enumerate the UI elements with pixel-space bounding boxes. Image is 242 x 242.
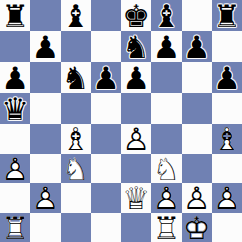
square-h1[interactable] xyxy=(212,213,242,242)
square-h4[interactable]: ♝♗ xyxy=(212,124,242,154)
square-a8[interactable]: ♜ xyxy=(0,0,30,31)
piece-outline: ♙ xyxy=(121,125,151,155)
square-e4[interactable]: ♟♙ xyxy=(121,124,151,154)
piece-white-pawn[interactable]: ♟♙ xyxy=(30,184,60,214)
square-d3[interactable] xyxy=(91,154,121,184)
square-e3[interactable] xyxy=(121,154,151,184)
square-g5[interactable] xyxy=(182,93,212,124)
piece-outline: ♔ xyxy=(182,214,212,242)
square-a2[interactable] xyxy=(0,183,30,213)
piece-outline: ♘ xyxy=(61,155,91,185)
square-f2[interactable]: ♟♙ xyxy=(151,183,181,213)
piece-outline: ♖ xyxy=(151,214,181,242)
square-d7[interactable] xyxy=(91,31,121,62)
square-a7[interactable] xyxy=(0,31,30,62)
square-c4[interactable]: ♝♗ xyxy=(61,124,91,154)
square-d2[interactable] xyxy=(91,183,121,213)
square-e1[interactable] xyxy=(121,213,151,242)
square-g3[interactable] xyxy=(182,154,212,184)
square-a3[interactable]: ♟♙ xyxy=(0,154,30,184)
square-d5[interactable] xyxy=(91,93,121,124)
piece-black-pawn[interactable]: ♟ xyxy=(0,63,30,94)
square-g8[interactable] xyxy=(182,0,212,31)
piece-black-pawn[interactable]: ♟ xyxy=(30,32,60,63)
square-g2[interactable]: ♟♙ xyxy=(182,183,212,213)
piece-black-king[interactable]: ♚ xyxy=(121,1,151,32)
square-f5[interactable] xyxy=(151,93,181,124)
piece-white-pawn[interactable]: ♟♙ xyxy=(121,125,151,155)
piece-black-bishop[interactable]: ♝ xyxy=(61,1,91,32)
square-c3[interactable]: ♞♘ xyxy=(61,154,91,184)
square-a5[interactable]: ♛ xyxy=(0,93,30,124)
piece-black-queen[interactable]: ♛ xyxy=(0,94,30,125)
piece-black-pawn[interactable]: ♟ xyxy=(91,63,121,94)
square-d6[interactable]: ♟ xyxy=(91,62,121,93)
square-e6[interactable]: ♟ xyxy=(121,62,151,93)
chess-board: ♜♝♚♝♜♟♞♟♟♟♞♟♟♟♛♝♗♟♙♝♗♟♙♞♘♞♘♟♙♛♕♟♙♟♙♟♙♜♖♜… xyxy=(0,0,242,242)
piece-black-pawn[interactable]: ♟ xyxy=(121,63,151,94)
square-b1[interactable] xyxy=(30,213,60,242)
piece-black-rook[interactable]: ♜ xyxy=(0,1,30,32)
square-b5[interactable] xyxy=(30,93,60,124)
square-a4[interactable] xyxy=(0,124,30,154)
square-b2[interactable]: ♟♙ xyxy=(30,183,60,213)
piece-white-rook[interactable]: ♜♖ xyxy=(0,214,30,242)
square-f7[interactable]: ♟ xyxy=(151,31,181,62)
piece-black-rook[interactable]: ♜ xyxy=(212,1,242,32)
square-c1[interactable] xyxy=(61,213,91,242)
piece-white-bishop[interactable]: ♝♗ xyxy=(212,125,242,155)
square-a1[interactable]: ♜♖ xyxy=(0,213,30,242)
piece-black-pawn[interactable]: ♟ xyxy=(212,63,242,94)
piece-outline: ♖ xyxy=(0,214,30,242)
square-g7[interactable]: ♟ xyxy=(182,31,212,62)
piece-outline: ♙ xyxy=(30,184,60,214)
piece-white-queen[interactable]: ♛♕ xyxy=(121,184,151,214)
square-c7[interactable] xyxy=(61,31,91,62)
square-d4[interactable] xyxy=(91,124,121,154)
piece-black-knight[interactable]: ♞ xyxy=(61,63,91,94)
square-f6[interactable] xyxy=(151,62,181,93)
piece-black-pawn[interactable]: ♟ xyxy=(151,32,181,63)
square-d1[interactable] xyxy=(91,213,121,242)
square-d8[interactable] xyxy=(91,0,121,31)
piece-white-king[interactable]: ♚♔ xyxy=(182,214,212,242)
piece-white-rook[interactable]: ♜♖ xyxy=(151,214,181,242)
piece-black-bishop[interactable]: ♝ xyxy=(151,1,181,32)
square-h7[interactable] xyxy=(212,31,242,62)
square-g1[interactable]: ♚♔ xyxy=(182,213,212,242)
square-c5[interactable] xyxy=(61,93,91,124)
square-h3[interactable] xyxy=(212,154,242,184)
square-b8[interactable] xyxy=(30,0,60,31)
piece-outline: ♗ xyxy=(212,125,242,155)
square-h5[interactable] xyxy=(212,93,242,124)
square-h8[interactable]: ♜ xyxy=(212,0,242,31)
square-f8[interactable]: ♝ xyxy=(151,0,181,31)
square-f1[interactable]: ♜♖ xyxy=(151,213,181,242)
square-e8[interactable]: ♚ xyxy=(121,0,151,31)
square-b7[interactable]: ♟ xyxy=(30,31,60,62)
piece-outline: ♕ xyxy=(121,184,151,214)
square-g4[interactable] xyxy=(182,124,212,154)
square-c2[interactable] xyxy=(61,183,91,213)
piece-white-pawn[interactable]: ♟♙ xyxy=(0,155,30,185)
piece-white-pawn[interactable]: ♟♙ xyxy=(212,184,242,214)
piece-white-knight[interactable]: ♞♘ xyxy=(61,155,91,185)
square-h2[interactable]: ♟♙ xyxy=(212,183,242,213)
square-g6[interactable] xyxy=(182,62,212,93)
square-h6[interactable]: ♟ xyxy=(212,62,242,93)
square-f3[interactable]: ♞♘ xyxy=(151,154,181,184)
piece-black-knight[interactable]: ♞ xyxy=(121,32,151,63)
square-b3[interactable] xyxy=(30,154,60,184)
piece-outline: ♙ xyxy=(212,184,242,214)
square-a6[interactable]: ♟ xyxy=(0,62,30,93)
square-e2[interactable]: ♛♕ xyxy=(121,183,151,213)
square-e5[interactable] xyxy=(121,93,151,124)
square-b6[interactable] xyxy=(30,62,60,93)
square-e7[interactable]: ♞ xyxy=(121,31,151,62)
piece-outline: ♙ xyxy=(0,155,30,185)
piece-black-pawn[interactable]: ♟ xyxy=(182,32,212,63)
square-c8[interactable]: ♝ xyxy=(61,0,91,31)
square-c6[interactable]: ♞ xyxy=(61,62,91,93)
square-f4[interactable] xyxy=(151,124,181,154)
square-b4[interactable] xyxy=(30,124,60,154)
